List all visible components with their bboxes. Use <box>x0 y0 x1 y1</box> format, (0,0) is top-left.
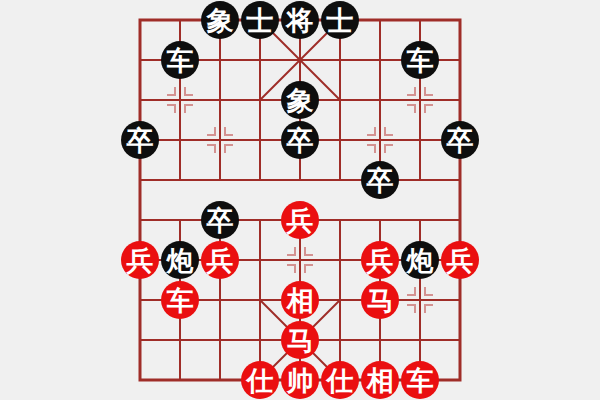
black-general[interactable]: 将 <box>281 1 319 39</box>
red-advisor[interactable]: 仕 <box>241 361 279 399</box>
black-cannon[interactable]: 炮 <box>161 241 199 279</box>
black-chariot[interactable]: 车 <box>161 41 199 79</box>
red-horse[interactable]: 马 <box>281 321 319 359</box>
red-chariot[interactable]: 车 <box>401 361 439 399</box>
red-soldier[interactable]: 兵 <box>281 201 319 239</box>
black-soldier[interactable]: 卒 <box>281 121 319 159</box>
red-soldier[interactable]: 兵 <box>441 241 479 279</box>
black-cannon[interactable]: 炮 <box>401 241 439 279</box>
xiangqi-board[interactable]: 象士将士车车象卒卒卒卒卒炮炮兵兵兵兵兵车相马马仕帅仕相车 <box>0 0 600 400</box>
black-soldier[interactable]: 卒 <box>201 201 239 239</box>
black-soldier[interactable]: 卒 <box>361 161 399 199</box>
black-soldier[interactable]: 卒 <box>441 121 479 159</box>
black-soldier[interactable]: 卒 <box>121 121 159 159</box>
black-advisor[interactable]: 士 <box>241 1 279 39</box>
pieces-layer: 象士将士车车象卒卒卒卒卒炮炮兵兵兵兵兵车相马马仕帅仕相车 <box>0 0 600 400</box>
black-advisor[interactable]: 士 <box>321 1 359 39</box>
black-elephant[interactable]: 象 <box>281 81 319 119</box>
red-general[interactable]: 帅 <box>281 361 319 399</box>
red-soldier[interactable]: 兵 <box>121 241 159 279</box>
red-horse[interactable]: 马 <box>361 281 399 319</box>
red-elephant[interactable]: 相 <box>281 281 319 319</box>
red-soldier[interactable]: 兵 <box>361 241 399 279</box>
black-chariot[interactable]: 车 <box>401 41 439 79</box>
red-soldier[interactable]: 兵 <box>201 241 239 279</box>
red-chariot[interactable]: 车 <box>161 281 199 319</box>
red-elephant[interactable]: 相 <box>361 361 399 399</box>
black-elephant[interactable]: 象 <box>201 1 239 39</box>
xiangqi-diagram: 象士将士车车象卒卒卒卒卒炮炮兵兵兵兵兵车相马马仕帅仕相车 <box>0 0 600 400</box>
red-advisor[interactable]: 仕 <box>321 361 359 399</box>
